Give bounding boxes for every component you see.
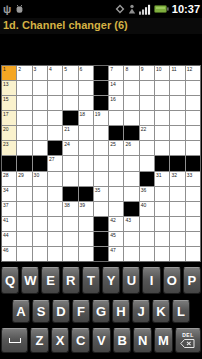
phone-screen: ψ (0, 0, 202, 359)
grid-cell[interactable] (155, 187, 169, 201)
grid-cell-black (2, 156, 16, 170)
cell-number: 46 (3, 247, 9, 253)
key-i[interactable]: I (142, 267, 160, 294)
grid-cell[interactable]: 11 (170, 66, 184, 80)
key-e[interactable]: E (41, 267, 59, 294)
grid-cell[interactable] (33, 111, 47, 125)
key-b[interactable]: B (113, 328, 132, 353)
grid-cell[interactable] (17, 202, 31, 216)
grid-cell[interactable] (48, 172, 62, 186)
grid-cell[interactable]: 41 (2, 217, 16, 231)
key-m[interactable]: M (154, 328, 173, 353)
key-r[interactable]: R (62, 267, 80, 294)
grid-cell[interactable] (155, 232, 169, 246)
grid-cell[interactable] (140, 156, 154, 170)
grid-cell[interactable]: 30 (33, 172, 47, 186)
grid-cell[interactable] (186, 111, 200, 125)
grid-cell[interactable] (186, 202, 200, 216)
grid-cell[interactable]: 43 (124, 217, 138, 231)
cell-number: 14 (110, 81, 116, 87)
crossword-grid: 1234567891011121314151617181920212223242… (1, 65, 201, 262)
grid-cell-black (124, 126, 138, 140)
grid-cell[interactable]: 37 (2, 202, 16, 216)
grid-cell[interactable]: 25 (109, 141, 123, 155)
grid-cell[interactable] (124, 187, 138, 201)
grid-cell[interactable]: 24 (63, 141, 77, 155)
bug-icon (15, 4, 24, 14)
grid-cell[interactable] (33, 247, 47, 261)
grid-cell[interactable] (109, 156, 123, 170)
cell-number: 25 (110, 141, 116, 147)
grid-cell[interactable] (155, 126, 169, 140)
grid-cell[interactable] (33, 232, 47, 246)
grid-cell[interactable] (186, 81, 200, 95)
key-o[interactable]: O (163, 267, 181, 294)
cell-number: 31 (156, 172, 162, 178)
grid-cell[interactable] (155, 247, 169, 261)
cell-number: 15 (3, 96, 9, 102)
grid-cell[interactable] (79, 96, 93, 110)
diamond-icon (115, 4, 125, 14)
grid-cell[interactable] (94, 172, 108, 186)
grid-cell[interactable] (63, 232, 77, 246)
cell-number: 19 (95, 111, 101, 117)
grid-cell-black (94, 81, 108, 95)
grid-cell[interactable]: 29 (17, 172, 31, 186)
grid-cell[interactable]: 20 (2, 126, 16, 140)
keyboard-row-1: QWERTYUIOP (0, 267, 202, 294)
grid-cell[interactable] (140, 111, 154, 125)
keyboard-row-3: ZXCVBNMDEL (0, 328, 202, 353)
cell-number: 32 (171, 172, 177, 178)
grid-cell[interactable] (79, 217, 93, 231)
grid-cell[interactable] (79, 81, 93, 95)
grid-cell[interactable]: 39 (79, 202, 93, 216)
grid-cell[interactable] (186, 126, 200, 140)
space-icon (9, 338, 21, 343)
cell-number: 16 (110, 96, 116, 102)
grid-cell[interactable] (33, 96, 47, 110)
grid-cell[interactable] (186, 141, 200, 155)
grid-cell[interactable] (140, 96, 154, 110)
grid-cell[interactable] (94, 126, 108, 140)
grid-cell[interactable] (17, 96, 31, 110)
grid-cell[interactable]: 12 (186, 66, 200, 80)
grid-cell-black (33, 156, 47, 170)
grid-cell[interactable]: 42 (109, 217, 123, 231)
cell-number: 1 (3, 66, 6, 72)
grid-cell[interactable]: 8 (124, 66, 138, 80)
grid-cell[interactable] (124, 247, 138, 261)
key-t[interactable]: T (82, 267, 100, 294)
grid-cell[interactable] (140, 141, 154, 155)
space-key[interactable] (1, 328, 28, 353)
cell-number: 26 (125, 141, 131, 147)
keyboard-row-2: ASDFGHJKL (0, 300, 202, 323)
grid-cell-black (63, 187, 77, 201)
grid-cell[interactable] (170, 202, 184, 216)
grid-cell[interactable] (155, 202, 169, 216)
cell-number: 4 (49, 66, 52, 72)
grid-cell[interactable] (170, 81, 184, 95)
grid-cell[interactable] (48, 187, 62, 201)
key-v[interactable]: V (92, 328, 111, 353)
grid-cell[interactable] (79, 232, 93, 246)
grid-cell[interactable]: 28 (2, 172, 16, 186)
grid-cell[interactable] (186, 232, 200, 246)
cell-number: 34 (3, 187, 9, 193)
grid-cell-black (109, 126, 123, 140)
cell-number: 5 (64, 66, 67, 72)
grid-cell[interactable] (33, 126, 47, 140)
grid-cell[interactable] (109, 172, 123, 186)
cell-number: 10 (156, 66, 162, 72)
signal-icon (139, 4, 151, 15)
grid-cell[interactable] (170, 141, 184, 155)
grid-cell[interactable] (17, 247, 31, 261)
grid-cell[interactable] (17, 232, 31, 246)
grid-cell[interactable]: 34 (2, 187, 16, 201)
cell-number: 22 (141, 126, 147, 132)
grid-cell[interactable] (48, 81, 62, 95)
grid-cell[interactable] (17, 187, 31, 201)
delete-key[interactable]: DEL (175, 328, 201, 353)
cell-number: 20 (3, 126, 9, 132)
grid-cell[interactable] (109, 202, 123, 216)
grid-cell[interactable] (17, 217, 31, 231)
key-f[interactable]: F (72, 300, 90, 323)
grid-cell[interactable] (155, 81, 169, 95)
grid-cell[interactable] (186, 217, 200, 231)
cell-number: 39 (80, 202, 86, 208)
cell-number: 33 (187, 172, 193, 178)
status-bar: ψ (0, 0, 202, 18)
cell-number: 2 (18, 66, 21, 72)
key-y[interactable]: Y (102, 267, 120, 294)
grid-cell[interactable] (48, 247, 62, 261)
cell-number: 12 (187, 66, 193, 72)
grid-cell[interactable]: 14 (109, 81, 123, 95)
grid-cell[interactable] (124, 156, 138, 170)
grid-cell[interactable]: 26 (124, 141, 138, 155)
grid-cell-black (94, 66, 108, 80)
cell-number: 21 (64, 126, 70, 132)
grid-cell[interactable] (48, 126, 62, 140)
cell-number: 13 (3, 81, 9, 87)
grid-cell[interactable]: 5 (63, 66, 77, 80)
delete-key-label: DEL (182, 333, 194, 338)
grid-cell[interactable] (109, 111, 123, 125)
cell-number: 17 (3, 111, 9, 117)
grid-cell[interactable] (124, 96, 138, 110)
battery-icon (154, 5, 169, 13)
grid-cell[interactable] (63, 96, 77, 110)
grid-cell[interactable]: 38 (63, 202, 77, 216)
grid-cell[interactable]: 18 (79, 111, 93, 125)
grid-cell-black (17, 156, 31, 170)
cell-number: 27 (49, 156, 55, 162)
grid-cell[interactable]: 10 (155, 66, 169, 80)
grid-cell[interactable] (155, 217, 169, 231)
usb-icon: ψ (3, 4, 11, 15)
key-a[interactable]: A (12, 300, 30, 323)
cell-number: 23 (3, 141, 9, 147)
grid-cell[interactable]: 45 (109, 232, 123, 246)
grid-cell[interactable]: 17 (2, 111, 16, 125)
grid-cell[interactable] (124, 172, 138, 186)
grid-cell[interactable]: 32 (170, 172, 184, 186)
key-n[interactable]: N (133, 328, 152, 353)
cell-number: 7 (110, 66, 113, 72)
grid-cell[interactable]: 16 (109, 96, 123, 110)
grid-cell[interactable] (140, 81, 154, 95)
grid-cell[interactable]: 46 (2, 247, 16, 261)
grid-cell[interactable] (33, 187, 47, 201)
grid-cell[interactable] (17, 141, 31, 155)
grid-cell[interactable] (186, 96, 200, 110)
grid-cell[interactable] (63, 217, 77, 231)
grid-cell[interactable]: 3 (33, 66, 47, 80)
key-q[interactable]: Q (1, 267, 19, 294)
grid-cell[interactable] (79, 156, 93, 170)
grid-cell-black (79, 187, 93, 201)
grid-cell[interactable] (124, 232, 138, 246)
key-p[interactable]: P (183, 267, 201, 294)
cell-number: 8 (125, 66, 128, 72)
grid-cell[interactable]: 13 (2, 81, 16, 95)
grid-cell[interactable] (170, 126, 184, 140)
backspace-icon (180, 339, 195, 348)
clue-bar: 1d. Channel changer (6) (0, 18, 202, 34)
grid-cell[interactable] (33, 141, 47, 155)
grid-cell[interactable] (63, 172, 77, 186)
grid-cell[interactable]: 33 (186, 172, 200, 186)
grid-cell[interactable] (48, 111, 62, 125)
cell-number: 42 (110, 217, 116, 223)
grid-cell[interactable]: 44 (2, 232, 16, 246)
key-s[interactable]: S (32, 300, 50, 323)
grid-cell[interactable] (48, 232, 62, 246)
grid-cell[interactable] (170, 247, 184, 261)
grid-cell[interactable]: 7 (109, 66, 123, 80)
grid-cell[interactable]: 9 (140, 66, 154, 80)
grid-cell[interactable] (79, 141, 93, 155)
key-g[interactable]: G (92, 300, 110, 323)
grid-cell-black (124, 202, 138, 216)
cell-number: 11 (171, 66, 176, 72)
grid-cell[interactable] (48, 96, 62, 110)
grid-cell[interactable]: 2 (17, 66, 31, 80)
grid-cell-black (140, 172, 154, 186)
grid-cell[interactable] (170, 111, 184, 125)
cell-number: 36 (141, 187, 147, 193)
grid-cell[interactable] (155, 141, 169, 155)
key-x[interactable]: X (51, 328, 70, 353)
key-z[interactable]: Z (30, 328, 49, 353)
grid-cell[interactable]: 4 (48, 66, 62, 80)
key-h[interactable]: H (112, 300, 130, 323)
grid-cell[interactable] (170, 96, 184, 110)
cell-number: 38 (64, 202, 70, 208)
grid-cell[interactable]: 19 (94, 111, 108, 125)
grid-cell[interactable] (63, 247, 77, 261)
grid-cell[interactable]: 23 (2, 141, 16, 155)
grid-cell[interactable]: 35 (94, 187, 108, 201)
grid-cell[interactable] (63, 156, 77, 170)
cell-number: 9 (141, 66, 144, 72)
cell-number: 45 (110, 232, 116, 238)
grid-cell-black (94, 247, 108, 261)
cell-number: 6 (80, 66, 83, 72)
cell-number: 44 (3, 232, 9, 238)
grid-cell[interactable]: 15 (2, 96, 16, 110)
key-d[interactable]: D (52, 300, 70, 323)
grid-cell[interactable] (33, 202, 47, 216)
grid-cell[interactable] (17, 126, 31, 140)
grid-cell[interactable] (79, 172, 93, 186)
grid-cell[interactable]: 36 (140, 187, 154, 201)
grid-cell[interactable] (155, 111, 169, 125)
grid-cell[interactable]: 47 (109, 247, 123, 261)
key-c[interactable]: C (71, 328, 90, 353)
clock-text: 10:37 (172, 3, 200, 15)
grid-cell[interactable] (48, 202, 62, 216)
key-j[interactable]: J (132, 300, 150, 323)
grid-cell[interactable] (124, 81, 138, 95)
key-u[interactable]: U (122, 267, 140, 294)
grid-cell-black (63, 111, 77, 125)
grid-cell-black (94, 96, 108, 110)
grid-cell[interactable] (124, 111, 138, 125)
cell-number: 24 (64, 141, 70, 147)
grid-cell[interactable] (140, 247, 154, 261)
cell-number: 41 (3, 217, 9, 223)
grid-cell[interactable] (155, 96, 169, 110)
grid-cell[interactable]: 1 (2, 66, 16, 80)
grid-cell[interactable] (170, 187, 184, 201)
network-icon (128, 4, 136, 14)
cell-number: 3 (34, 66, 37, 72)
grid-cell-black (94, 217, 108, 231)
grid-cell[interactable] (94, 141, 108, 155)
grid-cell-black (48, 141, 62, 155)
cell-number: 18 (80, 111, 86, 117)
grid-cell[interactable]: 21 (63, 126, 77, 140)
grid-cell[interactable]: 27 (48, 156, 62, 170)
cell-number: 37 (3, 202, 9, 208)
cell-number: 47 (110, 247, 116, 253)
grid-cell-black (94, 232, 108, 246)
grid-cell[interactable] (186, 247, 200, 261)
grid-cell[interactable] (170, 217, 184, 231)
key-w[interactable]: W (21, 267, 39, 294)
grid-cell[interactable] (140, 217, 154, 231)
grid-cell[interactable] (79, 126, 93, 140)
grid-cell[interactable] (63, 81, 77, 95)
grid-cell[interactable]: 40 (140, 202, 154, 216)
grid-cell[interactable] (109, 187, 123, 201)
grid-cell[interactable] (48, 217, 62, 231)
grid-cell[interactable] (186, 187, 200, 201)
cell-number: 30 (34, 172, 40, 178)
key-k[interactable]: K (152, 300, 170, 323)
grid-cell[interactable] (94, 202, 108, 216)
grid-cell[interactable] (33, 81, 47, 95)
grid-cell-black (155, 156, 169, 170)
cell-number: 35 (95, 187, 101, 193)
grid-cell[interactable]: 6 (79, 66, 93, 80)
grid-cell-black (170, 156, 184, 170)
key-l[interactable]: L (172, 300, 190, 323)
grid-cell[interactable] (94, 156, 108, 170)
cell-number: 28 (3, 172, 9, 178)
grid-cell[interactable]: 31 (155, 172, 169, 186)
grid-cell-black (186, 156, 200, 170)
grid-cell[interactable] (17, 111, 31, 125)
cell-number: 40 (141, 202, 147, 208)
clue-text: 1d. Channel changer (6) (3, 19, 128, 31)
grid-cell[interactable] (170, 232, 184, 246)
grid-cell[interactable]: 22 (140, 126, 154, 140)
cell-number: 43 (125, 217, 131, 223)
grid-cell[interactable] (33, 217, 47, 231)
grid-cell[interactable] (140, 232, 154, 246)
cell-number: 29 (18, 172, 24, 178)
grid-cell[interactable] (17, 81, 31, 95)
grid-cell[interactable] (79, 247, 93, 261)
